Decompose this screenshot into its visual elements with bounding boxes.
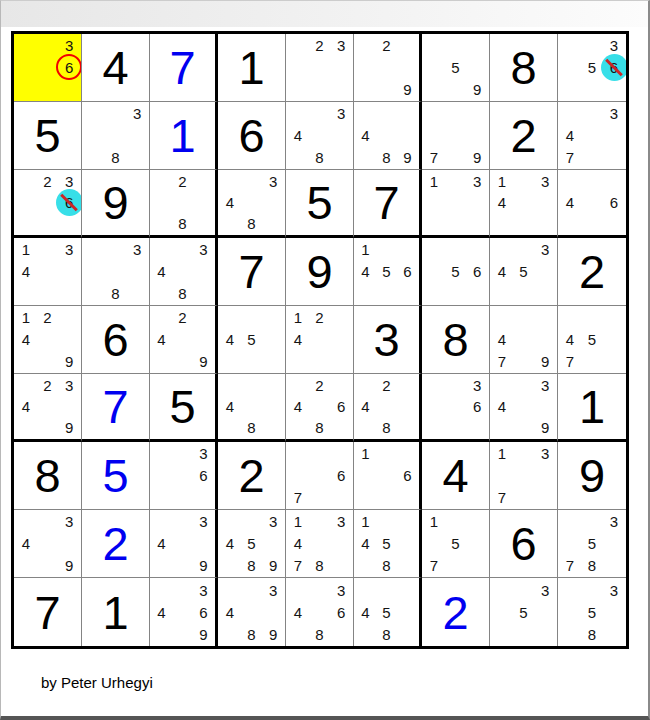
- candidate-5[interactable]: 5: [241, 533, 263, 555]
- pencil-marks: 348: [287, 103, 352, 168]
- pencil-marks: 347: [559, 103, 625, 168]
- cell-r6c6[interactable]: 248: [354, 374, 422, 442]
- candidate-3[interactable]: 3: [193, 579, 214, 601]
- given-digit: 2: [510, 112, 536, 159]
- candidate-5[interactable]: 5: [581, 57, 603, 79]
- cell-r1c5[interactable]: 23: [286, 34, 354, 102]
- candidate-4[interactable]: 4: [559, 125, 581, 147]
- candidate-4[interactable]: 4: [559, 192, 581, 213]
- candidate-6[interactable]: 6: [330, 396, 352, 417]
- cell-r6c4[interactable]: 48: [218, 374, 286, 442]
- candidate-1[interactable]: 1: [15, 307, 37, 329]
- cell-r8c3[interactable]: 349: [150, 510, 218, 578]
- candidate-8[interactable]: 8: [376, 554, 397, 576]
- candidate-3[interactable]: 3: [603, 103, 625, 125]
- cell-r2c5[interactable]: 348: [286, 102, 354, 170]
- pencil-marks: 36: [15, 35, 80, 100]
- candidate-9[interactable]: 9: [193, 623, 214, 645]
- cell-r3c6[interactable]: 7: [354, 170, 422, 238]
- cell-r7c3[interactable]: 36: [150, 442, 218, 510]
- candidate-5[interactable]: 5: [581, 329, 603, 351]
- candidate-3[interactable]: 3: [534, 579, 556, 601]
- candidate-2[interactable]: 2: [309, 307, 331, 329]
- given-digit: 4: [442, 452, 468, 499]
- candidate-3[interactable]: 3: [58, 239, 80, 261]
- candidate-2[interactable]: 2: [37, 171, 59, 192]
- pencil-marks: 3468: [287, 579, 352, 645]
- candidate-2[interactable]: 2: [37, 307, 59, 329]
- cell-r8c5[interactable]: 13478: [286, 510, 354, 578]
- candidate-8[interactable]: 8: [309, 554, 331, 576]
- candidate-4[interactable]: 4: [491, 192, 513, 213]
- candidate-9[interactable]: 9: [534, 350, 556, 372]
- candidate-4[interactable]: 4: [491, 261, 513, 283]
- candidate-4[interactable]: 4: [287, 329, 309, 351]
- cell-r7c9[interactable]: 9: [558, 442, 626, 510]
- author-credit: by Peter Urhegyi: [41, 674, 153, 691]
- candidate-6[interactable]: 6: [466, 261, 488, 283]
- cell-r2c1[interactable]: 5: [14, 102, 82, 170]
- candidate-4[interactable]: 4: [151, 329, 172, 351]
- cell-r1c8[interactable]: 8: [490, 34, 558, 102]
- pencil-marks: 1456: [355, 239, 418, 304]
- cell-r3c3[interactable]: 28: [150, 170, 218, 238]
- candidate-4[interactable]: 4: [355, 261, 376, 283]
- solved-digit: 7: [169, 44, 195, 91]
- pencil-marks: 236: [15, 171, 80, 234]
- cell-r8c4[interactable]: 34589: [218, 510, 286, 578]
- candidate-1[interactable]: 1: [491, 171, 513, 192]
- pencil-marks: 249: [151, 307, 214, 372]
- candidate-9[interactable]: 9: [58, 350, 80, 372]
- candidate-8[interactable]: 8: [105, 282, 127, 304]
- candidate-9[interactable]: 9: [397, 146, 418, 168]
- pencil-marks: 35: [491, 579, 556, 645]
- candidate-4[interactable]: 4: [219, 329, 241, 351]
- pencil-marks: 1249: [15, 307, 80, 372]
- pencil-marks: 23: [287, 35, 352, 100]
- cell-r7c6[interactable]: 16: [354, 442, 422, 510]
- given-digit: 9: [306, 248, 332, 295]
- cell-r8c8[interactable]: 6: [490, 510, 558, 578]
- cell-r3c7[interactable]: 13: [422, 170, 490, 238]
- cell-r2c7[interactable]: 79: [422, 102, 490, 170]
- pencil-marks: 56: [423, 239, 488, 304]
- cell-r5c4[interactable]: 45: [218, 306, 286, 374]
- pencil-marks: 36: [423, 375, 488, 438]
- given-digit: 8: [510, 44, 536, 91]
- candidate-5[interactable]: 5: [581, 601, 603, 623]
- candidate-8[interactable]: 8: [172, 213, 193, 234]
- candidate-4[interactable]: 4: [287, 396, 309, 417]
- candidate-1[interactable]: 1: [287, 307, 309, 329]
- candidate-1[interactable]: 1: [355, 511, 376, 533]
- candidate-4[interactable]: 4: [151, 261, 172, 283]
- candidate-3[interactable]: 3: [262, 511, 284, 533]
- candidate-3[interactable]: 3: [262, 171, 284, 192]
- given-digit: 1: [579, 383, 605, 430]
- cell-r9c1[interactable]: 7: [14, 578, 82, 646]
- pencil-marks: 16: [355, 443, 418, 508]
- candidate-3[interactable]: 3: [58, 375, 80, 396]
- given-digit: 8: [442, 316, 468, 363]
- candidate-3[interactable]: 3: [330, 103, 352, 125]
- given-digit: 6: [510, 520, 536, 567]
- candidate-1[interactable]: 1: [491, 443, 513, 465]
- pencil-marks: 157: [423, 511, 488, 576]
- pencil-marks: 349: [15, 511, 80, 576]
- given-digit: 2: [238, 452, 264, 499]
- candidate-4[interactable]: 4: [15, 396, 37, 417]
- candidate-6[interactable]: 6: [603, 192, 625, 213]
- candidate-2[interactable]: 2: [172, 307, 193, 329]
- candidate-6[interactable]: 6: [193, 601, 214, 623]
- pencil-marks: 38: [83, 103, 148, 168]
- cell-r9c7[interactable]: 2: [422, 578, 490, 646]
- candidate-4[interactable]: 4: [287, 533, 309, 555]
- cell-r5c5[interactable]: 124: [286, 306, 354, 374]
- candidate-4[interactable]: 4: [355, 533, 376, 555]
- candidate-4[interactable]: 4: [355, 396, 376, 417]
- pencil-marks: 48: [219, 375, 284, 438]
- given-digit: 5: [169, 383, 195, 430]
- candidate-4[interactable]: 4: [491, 329, 513, 351]
- given-digit: 4: [102, 44, 128, 91]
- candidate-9[interactable]: 9: [397, 78, 418, 100]
- pencil-marks: 489: [355, 103, 418, 168]
- candidate-3[interactable]: 3: [193, 511, 214, 533]
- candidate-3[interactable]: 3: [603, 511, 625, 533]
- cell-r7c5[interactable]: 67: [286, 442, 354, 510]
- cell-r8c6[interactable]: 1458: [354, 510, 422, 578]
- candidate-2[interactable]: 2: [376, 375, 397, 396]
- pencil-marks: 13478: [287, 511, 352, 576]
- cell-r2c8[interactable]: 2: [490, 102, 558, 170]
- candidate-1[interactable]: 1: [355, 443, 376, 465]
- candidate-9[interactable]: 9: [534, 417, 556, 438]
- cell-r2c4[interactable]: 6: [218, 102, 286, 170]
- given-digit: 6: [102, 316, 128, 363]
- candidate-1[interactable]: 1: [15, 239, 37, 261]
- cell-r8c7[interactable]: 157: [422, 510, 490, 578]
- given-digit: 7: [238, 248, 264, 295]
- candidate-7[interactable]: 7: [559, 350, 581, 372]
- candidate-3[interactable]: 3: [534, 239, 556, 261]
- candidate-6[interactable]: 6: [193, 465, 214, 487]
- cell-r9c8[interactable]: 35: [490, 578, 558, 646]
- cell-r1c7[interactable]: 59: [422, 34, 490, 102]
- cell-r6c3[interactable]: 5: [150, 374, 218, 442]
- candidate-4[interactable]: 4: [491, 396, 513, 417]
- candidate-2[interactable]: 2: [37, 375, 59, 396]
- pencil-marks: 348: [219, 171, 284, 234]
- candidate-3[interactable]: 3: [58, 35, 80, 57]
- candidate-4[interactable]: 4: [15, 533, 37, 555]
- cell-r9c2[interactable]: 1: [82, 578, 150, 646]
- pencil-marks: 67: [287, 443, 352, 508]
- cell-r6c1[interactable]: 2349: [14, 374, 82, 442]
- cell-r6c7[interactable]: 36: [422, 374, 490, 442]
- pencil-marks: 28: [151, 171, 214, 234]
- candidate-8[interactable]: 8: [376, 417, 397, 438]
- candidate-3[interactable]: 3: [603, 579, 625, 601]
- candidate-3[interactable]: 3: [534, 375, 556, 396]
- candidate-3[interactable]: 3: [193, 443, 214, 465]
- candidate-6[interactable]: 6: [397, 465, 418, 487]
- candidate-4[interactable]: 4: [219, 533, 241, 555]
- cell-r5c1[interactable]: 1249: [14, 306, 82, 374]
- cell-r4c3[interactable]: 348: [150, 238, 218, 306]
- given-digit: 7: [34, 589, 60, 636]
- cell-r3c5[interactable]: 5: [286, 170, 354, 238]
- cell-r2c6[interactable]: 489: [354, 102, 422, 170]
- candidate-4[interactable]: 4: [151, 601, 172, 623]
- candidate-9[interactable]: 9: [193, 350, 214, 372]
- candidate-1[interactable]: 1: [423, 511, 445, 533]
- cell-r1c2[interactable]: 4: [82, 34, 150, 102]
- candidate-4[interactable]: 4: [15, 261, 37, 283]
- cell-r3c9[interactable]: 46: [558, 170, 626, 238]
- candidate-3[interactable]: 3: [466, 375, 488, 396]
- candidate-5[interactable]: 5: [376, 261, 397, 283]
- candidate-7[interactable]: 7: [559, 554, 581, 576]
- candidate-5[interactable]: 5: [445, 57, 467, 79]
- candidate-3[interactable]: 3: [330, 579, 352, 601]
- pencil-marks: 36: [151, 443, 214, 508]
- candidate-8[interactable]: 8: [581, 554, 603, 576]
- pencil-marks: 479: [491, 307, 556, 372]
- candidate-4[interactable]: 4: [287, 125, 309, 147]
- cell-r2c2[interactable]: 38: [82, 102, 150, 170]
- cell-r3c2[interactable]: 9: [82, 170, 150, 238]
- given-digit: 2: [579, 248, 605, 295]
- candidate-5[interactable]: 5: [445, 261, 467, 283]
- candidate-1[interactable]: 1: [287, 511, 309, 533]
- pencil-marks: 345: [491, 239, 556, 304]
- cell-r5c3[interactable]: 249: [150, 306, 218, 374]
- candidate-9[interactable]: 9: [58, 554, 80, 576]
- candidate-8[interactable]: 8: [105, 146, 127, 168]
- pencil-marks: 457: [559, 307, 625, 372]
- solved-digit: 2: [102, 520, 128, 567]
- cell-r1c6[interactable]: 29: [354, 34, 422, 102]
- pencil-marks: 356: [559, 35, 625, 100]
- cell-r7c8[interactable]: 137: [490, 442, 558, 510]
- candidate-8[interactable]: 8: [581, 623, 603, 645]
- candidate-4[interactable]: 4: [355, 601, 376, 623]
- candidate-8[interactable]: 8: [376, 146, 397, 168]
- given-digit: 5: [34, 112, 60, 159]
- cell-r5c9[interactable]: 457: [558, 306, 626, 374]
- candidate-5[interactable]: 5: [376, 601, 397, 623]
- cell-r2c9[interactable]: 347: [558, 102, 626, 170]
- cell-r7c4[interactable]: 2: [218, 442, 286, 510]
- candidate-5[interactable]: 5: [445, 533, 467, 555]
- pencil-marks: 3578: [559, 511, 625, 576]
- pencil-marks: 137: [491, 443, 556, 508]
- pencil-marks: 3469: [151, 579, 214, 645]
- pencil-marks: 458: [355, 579, 418, 645]
- candidate-2[interactable]: 2: [309, 375, 331, 396]
- candidate-3[interactable]: 3: [126, 103, 148, 125]
- pencil-marks: 13: [423, 171, 488, 234]
- given-digit: 7: [373, 179, 399, 226]
- pencil-marks: 134: [491, 171, 556, 234]
- pencil-marks: 1458: [355, 511, 418, 576]
- cell-r1c4[interactable]: 1: [218, 34, 286, 102]
- candidate-2[interactable]: 2: [376, 35, 397, 57]
- cell-r4c7[interactable]: 56: [422, 238, 490, 306]
- cell-r4c2[interactable]: 38: [82, 238, 150, 306]
- candidate-2[interactable]: 2: [172, 171, 193, 192]
- candidate-5[interactable]: 5: [581, 533, 603, 555]
- candidate-4[interactable]: 4: [355, 125, 376, 147]
- candidate-6[interactable]: 6: [466, 396, 488, 417]
- candidate-7[interactable]: 7: [287, 554, 309, 576]
- cell-r4c5[interactable]: 9: [286, 238, 354, 306]
- candidate-7[interactable]: 7: [559, 146, 581, 168]
- candidate-3[interactable]: 3: [58, 511, 80, 533]
- given-digit: 9: [102, 179, 128, 226]
- cell-r7c2[interactable]: 5: [82, 442, 150, 510]
- cell-r6c5[interactable]: 2468: [286, 374, 354, 442]
- cell-r1c1[interactable]: 36: [14, 34, 82, 102]
- cell-r3c8[interactable]: 134: [490, 170, 558, 238]
- pencil-marks: 59: [423, 35, 488, 100]
- candidate-8[interactable]: 8: [241, 417, 263, 438]
- candidate-8[interactable]: 8: [309, 417, 331, 438]
- candidate-6[interactable]: 6: [397, 261, 418, 283]
- given-digit: 8: [34, 452, 60, 499]
- candidate-9[interactable]: 9: [193, 554, 214, 576]
- candidate-4[interactable]: 4: [15, 329, 37, 351]
- candidate-4[interactable]: 4: [219, 396, 241, 417]
- cell-r1c9[interactable]: 356: [558, 34, 626, 102]
- cell-r9c4[interactable]: 3489: [218, 578, 286, 646]
- candidate-7[interactable]: 7: [423, 554, 445, 576]
- cell-r5c2[interactable]: 6: [82, 306, 150, 374]
- candidate-3[interactable]: 3: [126, 239, 148, 261]
- pencil-marks: 134: [15, 239, 80, 304]
- cell-r9c3[interactable]: 3469: [150, 578, 218, 646]
- candidate-4[interactable]: 4: [559, 329, 581, 351]
- candidate-3[interactable]: 3: [193, 239, 214, 261]
- cell-r4c9[interactable]: 2: [558, 238, 626, 306]
- candidate-8[interactable]: 8: [309, 623, 331, 645]
- cell-r3c4[interactable]: 348: [218, 170, 286, 238]
- candidate-7[interactable]: 7: [491, 486, 513, 508]
- candidate-6[interactable]: 6: [330, 465, 352, 487]
- candidate-7[interactable]: 7: [287, 486, 309, 508]
- cell-r5c7[interactable]: 8: [422, 306, 490, 374]
- cell-r5c8[interactable]: 479: [490, 306, 558, 374]
- pencil-marks: 46: [559, 171, 625, 234]
- candidate-5[interactable]: 5: [376, 533, 397, 555]
- cell-r7c7[interactable]: 4: [422, 442, 490, 510]
- cell-r6c2[interactable]: 7: [82, 374, 150, 442]
- candidate-9[interactable]: 9: [466, 146, 488, 168]
- pencil-marks: 349: [151, 511, 214, 576]
- pencil-marks: 79: [423, 103, 488, 168]
- given-digit: 6: [238, 112, 264, 159]
- candidate-6[interactable]: 6: [330, 601, 352, 623]
- candidate-8[interactable]: 8: [172, 282, 193, 304]
- cell-r8c9[interactable]: 3578: [558, 510, 626, 578]
- candidate-6[interactable]: 6: [603, 57, 625, 79]
- candidate-4[interactable]: 4: [219, 601, 241, 623]
- cell-r2c3[interactable]: 1: [150, 102, 218, 170]
- candidate-9[interactable]: 9: [466, 78, 488, 100]
- candidate-9[interactable]: 9: [58, 417, 80, 438]
- candidate-5[interactable]: 5: [513, 261, 535, 283]
- candidate-8[interactable]: 8: [241, 213, 263, 234]
- pencil-marks: 38: [83, 239, 148, 304]
- cell-r8c2[interactable]: 2: [82, 510, 150, 578]
- given-digit: 1: [238, 44, 264, 91]
- candidate-1[interactable]: 1: [423, 171, 445, 192]
- pencil-marks: 348: [151, 239, 214, 304]
- cell-r4c6[interactable]: 1456: [354, 238, 422, 306]
- candidate-7[interactable]: 7: [423, 146, 445, 168]
- cell-r4c4[interactable]: 7: [218, 238, 286, 306]
- candidate-3[interactable]: 3: [534, 443, 556, 465]
- candidate-2[interactable]: 2: [309, 35, 331, 57]
- candidate-9[interactable]: 9: [262, 623, 284, 645]
- cell-r6c8[interactable]: 349: [490, 374, 558, 442]
- cell-r7c1[interactable]: 8: [14, 442, 82, 510]
- pencil-marks: 2349: [15, 375, 80, 438]
- candidate-4[interactable]: 4: [151, 533, 172, 555]
- candidate-9[interactable]: 9: [262, 554, 284, 576]
- candidate-4[interactable]: 4: [219, 192, 241, 213]
- candidate-8[interactable]: 8: [309, 146, 331, 168]
- cell-r4c1[interactable]: 134: [14, 238, 82, 306]
- candidate-3[interactable]: 3: [534, 171, 556, 192]
- candidate-7[interactable]: 7: [491, 350, 513, 372]
- solved-digit: 5: [102, 452, 128, 499]
- candidate-4[interactable]: 4: [287, 601, 309, 623]
- given-digit: 1: [102, 589, 128, 636]
- cell-r9c5[interactable]: 3468: [286, 578, 354, 646]
- solved-digit: 2: [442, 589, 468, 636]
- candidate-3[interactable]: 3: [330, 511, 352, 533]
- cell-r4c8[interactable]: 345: [490, 238, 558, 306]
- candidate-8[interactable]: 8: [376, 623, 397, 645]
- cell-r6c9[interactable]: 1: [558, 374, 626, 442]
- solved-digit: 7: [102, 383, 128, 430]
- cell-r1c3[interactable]: 7: [150, 34, 218, 102]
- candidate-3[interactable]: 3: [262, 579, 284, 601]
- cell-r9c6[interactable]: 458: [354, 578, 422, 646]
- cell-r3c1[interactable]: 236: [14, 170, 82, 238]
- candidate-6[interactable]: 6: [58, 57, 80, 79]
- pencil-marks: 29: [355, 35, 418, 100]
- candidate-8[interactable]: 8: [241, 554, 263, 576]
- candidate-5[interactable]: 5: [513, 601, 535, 623]
- candidate-3[interactable]: 3: [466, 171, 488, 192]
- candidate-1[interactable]: 1: [355, 239, 376, 261]
- cell-r9c9[interactable]: 358: [558, 578, 626, 646]
- candidate-8[interactable]: 8: [241, 623, 263, 645]
- pencil-marks: 45: [219, 307, 284, 372]
- candidate-5[interactable]: 5: [241, 329, 263, 351]
- candidate-3[interactable]: 3: [330, 35, 352, 57]
- pencil-marks: 2468: [287, 375, 352, 438]
- cell-r8c1[interactable]: 349: [14, 510, 82, 578]
- candidate-6[interactable]: 6: [58, 192, 80, 213]
- cell-r5c6[interactable]: 3: [354, 306, 422, 374]
- pencil-marks: 34589: [219, 511, 284, 576]
